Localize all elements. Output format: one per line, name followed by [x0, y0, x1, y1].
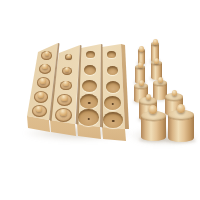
block-2-cylinder-knob-5 — [60, 109, 67, 116]
cyl-row1-size5-knob — [177, 104, 185, 113]
cyl-row1-size2-knob — [154, 58, 159, 64]
block-2-cylinder-knob-1 — [67, 54, 71, 58]
socket-center-dot — [88, 102, 91, 104]
cyl-row2-size4-knob — [146, 94, 151, 100]
block-1-cylinder-knob-1 — [45, 51, 50, 56]
block-1-cylinder-knob-2 — [42, 64, 47, 69]
block-4-empty-socket-5 — [103, 112, 123, 128]
block-4-empty-socket-3 — [106, 81, 120, 92]
socket-center-dot — [112, 103, 115, 105]
socket-center-dot — [88, 118, 91, 120]
block-1-cylinder-knob-5 — [36, 106, 42, 112]
cyl-row1-size5 — [168, 104, 194, 142]
block-3-empty-socket-3 — [82, 80, 97, 92]
block-2-cylinder-knob-3 — [63, 81, 68, 86]
cyl-row2-size2-knob — [138, 62, 143, 68]
block-4-empty-socket-2 — [107, 66, 118, 75]
cyl-row1-size1-knob — [153, 39, 158, 45]
block-2-cylinder-knob-4 — [61, 95, 67, 101]
block-1-cylinder-knob-3 — [40, 78, 45, 83]
socket-center-dot — [112, 120, 115, 122]
cyl-row2-size5-knob — [149, 105, 157, 114]
block-3-empty-socket-2 — [84, 65, 96, 75]
product-photo-montessori-cylinder-blocks — [0, 0, 200, 200]
cyl-row1-size4-knob — [172, 90, 177, 96]
cyl-row2-size1-knob — [139, 46, 144, 52]
cyl-row2-size5 — [141, 105, 166, 141]
block-1-cylinder-knob-4 — [38, 92, 44, 98]
cyl-row1-size3-knob — [158, 77, 163, 83]
cyl-row2-size3-knob — [139, 80, 144, 86]
